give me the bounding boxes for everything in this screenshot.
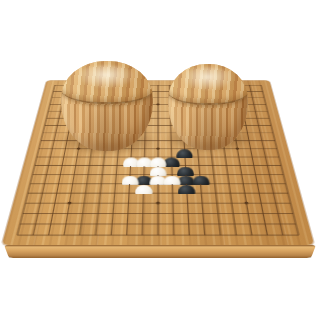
- left-bowl-highlight: [76, 65, 137, 89]
- right-bowl-highlight: [181, 67, 234, 90]
- go-board: [2, 80, 314, 245]
- left-stone-bowl: [61, 61, 153, 151]
- board-front-edge: [4, 245, 316, 258]
- right-stone-bowl: [168, 64, 248, 150]
- product-photo-scene: [0, 0, 320, 320]
